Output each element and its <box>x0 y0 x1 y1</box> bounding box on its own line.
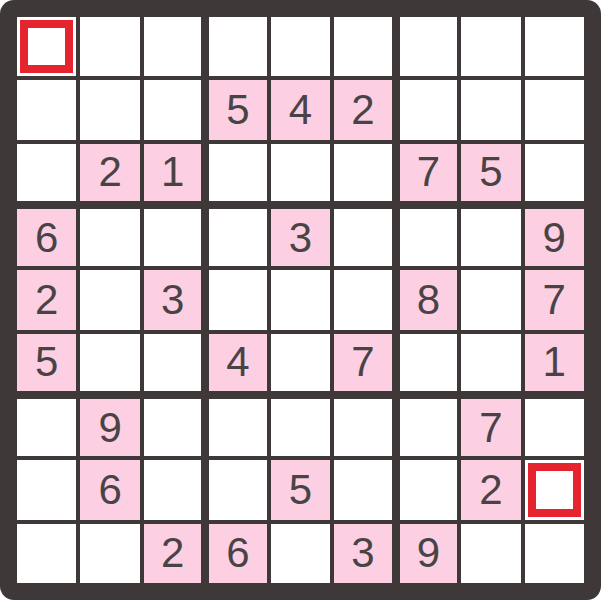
cell-r8c3[interactable] <box>142 458 205 521</box>
cell-r5c4[interactable] <box>205 268 268 331</box>
cell-r9c9[interactable] <box>523 522 586 585</box>
cell-r2c1[interactable] <box>15 78 78 141</box>
cell-value: 4 <box>226 341 249 383</box>
cell-value: 5 <box>35 341 58 383</box>
cell-value: 5 <box>289 469 312 511</box>
cell-r4c5[interactable]: 3 <box>269 205 332 268</box>
cell-r9c3[interactable]: 2 <box>142 522 205 585</box>
cell-r9c1[interactable] <box>15 522 78 585</box>
cell-r7c7[interactable] <box>396 395 459 458</box>
cell-r6c7[interactable] <box>396 332 459 395</box>
cell-r2c2[interactable] <box>78 78 141 141</box>
cell-r8c9[interactable] <box>523 458 586 521</box>
cell-r9c2[interactable] <box>78 522 141 585</box>
cell-r6c2[interactable] <box>78 332 141 395</box>
cell-r8c1[interactable] <box>15 458 78 521</box>
cell-r1c1[interactable] <box>15 15 78 78</box>
cell-r3c4[interactable] <box>205 142 268 205</box>
cell-r5c2[interactable] <box>78 268 141 331</box>
cell-r4c7[interactable] <box>396 205 459 268</box>
cell-r5c9[interactable]: 7 <box>523 268 586 331</box>
cell-r2c6[interactable]: 2 <box>332 78 395 141</box>
cell-r6c8[interactable] <box>459 332 522 395</box>
cell-r7c9[interactable] <box>523 395 586 458</box>
cell-value: 3 <box>161 279 184 321</box>
cell-r2c5[interactable]: 4 <box>269 78 332 141</box>
cell-r2c7[interactable] <box>396 78 459 141</box>
cell-value: 7 <box>351 341 374 383</box>
cell-r3c1[interactable] <box>15 142 78 205</box>
cell-r2c3[interactable] <box>142 78 205 141</box>
cell-r1c6[interactable] <box>332 15 395 78</box>
cell-value: 4 <box>289 89 312 131</box>
cell-r3c7[interactable]: 7 <box>396 142 459 205</box>
cell-r5c7[interactable]: 8 <box>396 268 459 331</box>
cell-value: 2 <box>161 532 184 574</box>
cell-r7c1[interactable] <box>15 395 78 458</box>
cell-value: 2 <box>479 469 502 511</box>
cell-value: 7 <box>479 407 502 449</box>
cell-r8c7[interactable] <box>396 458 459 521</box>
cell-value: 5 <box>226 89 249 131</box>
sudoku-grid: 542217563923875471976522639 <box>15 15 586 585</box>
cell-r3c8[interactable]: 5 <box>459 142 522 205</box>
cell-value: 3 <box>351 532 374 574</box>
cell-r4c4[interactable] <box>205 205 268 268</box>
cell-r1c9[interactable] <box>523 15 586 78</box>
cell-value: 7 <box>417 151 440 193</box>
target-marker <box>528 463 581 516</box>
cell-r8c8[interactable]: 2 <box>459 458 522 521</box>
cell-value: 7 <box>543 279 566 321</box>
cell-r9c5[interactable] <box>269 522 332 585</box>
cell-r4c2[interactable] <box>78 205 141 268</box>
cell-r2c4[interactable]: 5 <box>205 78 268 141</box>
cell-value: 9 <box>98 407 121 449</box>
cell-r6c1[interactable]: 5 <box>15 332 78 395</box>
cell-r9c4[interactable]: 6 <box>205 522 268 585</box>
cell-r5c6[interactable] <box>332 268 395 331</box>
cell-r6c3[interactable] <box>142 332 205 395</box>
sudoku-board: 542217563923875471976522639 <box>0 0 601 600</box>
cell-r7c6[interactable] <box>332 395 395 458</box>
cell-r2c9[interactable] <box>523 78 586 141</box>
cell-r4c1[interactable]: 6 <box>15 205 78 268</box>
cell-r4c9[interactable]: 9 <box>523 205 586 268</box>
cell-r7c8[interactable]: 7 <box>459 395 522 458</box>
cell-value: 9 <box>417 532 440 574</box>
cell-r8c4[interactable] <box>205 458 268 521</box>
cell-value: 6 <box>98 469 121 511</box>
cell-value: 2 <box>98 151 121 193</box>
cell-r4c8[interactable] <box>459 205 522 268</box>
cell-value: 2 <box>35 279 58 321</box>
cell-r1c7[interactable] <box>396 15 459 78</box>
cell-r3c5[interactable] <box>269 142 332 205</box>
cell-r4c3[interactable] <box>142 205 205 268</box>
cell-r8c2[interactable]: 6 <box>78 458 141 521</box>
cell-r1c8[interactable] <box>459 15 522 78</box>
cell-r3c9[interactable] <box>523 142 586 205</box>
cell-value: 5 <box>479 151 502 193</box>
target-marker <box>20 20 73 73</box>
cell-value: 3 <box>289 217 312 259</box>
cell-value: 6 <box>226 532 249 574</box>
cell-r5c1[interactable]: 2 <box>15 268 78 331</box>
cell-r1c5[interactable] <box>269 15 332 78</box>
cell-value: 6 <box>35 217 58 259</box>
cell-r7c4[interactable] <box>205 395 268 458</box>
cell-r3c3[interactable]: 1 <box>142 142 205 205</box>
cell-r3c2[interactable]: 2 <box>78 142 141 205</box>
cell-value: 2 <box>351 89 374 131</box>
cell-r5c5[interactable] <box>269 268 332 331</box>
cell-r6c4[interactable]: 4 <box>205 332 268 395</box>
cell-r7c5[interactable] <box>269 395 332 458</box>
cell-r4c6[interactable] <box>332 205 395 268</box>
cell-r1c4[interactable] <box>205 15 268 78</box>
cell-r5c3[interactable]: 3 <box>142 268 205 331</box>
cell-value: 1 <box>543 341 566 383</box>
cell-value: 1 <box>161 151 184 193</box>
cell-r1c3[interactable] <box>142 15 205 78</box>
cell-r6c5[interactable] <box>269 332 332 395</box>
cell-r8c5[interactable]: 5 <box>269 458 332 521</box>
cell-r6c9[interactable]: 1 <box>523 332 586 395</box>
cell-r7c2[interactable]: 9 <box>78 395 141 458</box>
cell-r9c7[interactable]: 9 <box>396 522 459 585</box>
cell-r3c6[interactable] <box>332 142 395 205</box>
cell-r7c3[interactable] <box>142 395 205 458</box>
cell-r9c6[interactable]: 3 <box>332 522 395 585</box>
cell-r6c6[interactable]: 7 <box>332 332 395 395</box>
cell-r9c8[interactable] <box>459 522 522 585</box>
cell-r5c8[interactable] <box>459 268 522 331</box>
cell-r2c8[interactable] <box>459 78 522 141</box>
cell-r8c6[interactable] <box>332 458 395 521</box>
cell-r1c2[interactable] <box>78 15 141 78</box>
cell-value: 8 <box>417 279 440 321</box>
cell-value: 9 <box>543 217 566 259</box>
